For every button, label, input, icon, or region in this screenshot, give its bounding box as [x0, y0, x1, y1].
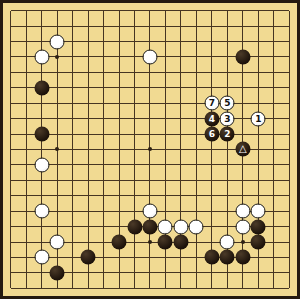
- board-cell: [18, 65, 33, 80]
- board-cell: [18, 188, 33, 203]
- board-cell: [220, 3, 235, 18]
- board-cell: [80, 34, 95, 49]
- board-cell: [220, 80, 235, 95]
- go-board: 7543162△: [3, 3, 297, 296]
- board-cell: [189, 203, 204, 218]
- board-cell: [235, 188, 250, 203]
- board-cell: [18, 96, 33, 111]
- board-cell: [80, 173, 95, 188]
- board-cell: [204, 3, 219, 18]
- board-cell: [173, 34, 188, 49]
- board-cell: 7: [204, 96, 219, 111]
- board-cell: [173, 188, 188, 203]
- board-cell: [266, 96, 281, 111]
- stone-black-move-4: 4: [204, 111, 219, 126]
- board-cell: [3, 157, 18, 172]
- board-cell: [220, 203, 235, 218]
- board-cell: [266, 80, 281, 95]
- board-cell: [96, 250, 111, 265]
- stone-black: [81, 250, 96, 265]
- stone-white: [50, 235, 65, 250]
- board-cell: [173, 111, 188, 126]
- board-cell: [173, 219, 188, 234]
- board-cell: [282, 96, 297, 111]
- board-cell: [111, 142, 126, 157]
- board-cell: [158, 111, 173, 126]
- board-cell: [3, 111, 18, 126]
- board-cell: [80, 157, 95, 172]
- board-cell: [220, 250, 235, 265]
- board-cell: [266, 142, 281, 157]
- board-cell: [158, 250, 173, 265]
- board-cell: [266, 111, 281, 126]
- board-cell: [189, 3, 204, 18]
- board-cell: [3, 281, 18, 296]
- board-cell: [266, 18, 281, 33]
- board-cell: [80, 126, 95, 141]
- board-cell: [18, 80, 33, 95]
- board-cell: [96, 3, 111, 18]
- star-point: [148, 147, 152, 151]
- board-cell: [282, 203, 297, 218]
- board-cell: [189, 188, 204, 203]
- board-cell: [65, 80, 80, 95]
- board-cell: [266, 265, 281, 280]
- board-cell: [49, 203, 64, 218]
- board-cell: [251, 34, 266, 49]
- board-cell: [158, 3, 173, 18]
- board-cell: [158, 157, 173, 172]
- board-cell: [3, 203, 18, 218]
- board-cell: [127, 219, 142, 234]
- board-cell: [235, 96, 250, 111]
- board-cell: [18, 281, 33, 296]
- board-cell: [49, 3, 64, 18]
- board-cell: 4: [204, 111, 219, 126]
- stone-white-move-5: 5: [220, 96, 235, 111]
- stone-white: [50, 34, 65, 49]
- board-cell: [189, 18, 204, 33]
- board-cell: [111, 96, 126, 111]
- board-cell: [142, 250, 157, 265]
- board-cell: [251, 49, 266, 64]
- board-cell: [111, 34, 126, 49]
- board-cell: [220, 142, 235, 157]
- board-cell: [158, 203, 173, 218]
- board-cell: [235, 219, 250, 234]
- stone-white: [235, 219, 250, 234]
- board-cell: [189, 250, 204, 265]
- board-cell: [158, 80, 173, 95]
- board-cell: [266, 3, 281, 18]
- board-cell: [127, 188, 142, 203]
- board-cell: [142, 173, 157, 188]
- board-cell: [49, 157, 64, 172]
- board-cell: [65, 157, 80, 172]
- board-cell: [189, 49, 204, 64]
- board-cell: [220, 234, 235, 249]
- stone-black: [34, 127, 49, 142]
- board-cell: [158, 219, 173, 234]
- board-cell: [34, 126, 49, 141]
- board-cell: 5: [220, 96, 235, 111]
- board-cell: [3, 173, 18, 188]
- board-cell: [235, 250, 250, 265]
- board-cell: [158, 188, 173, 203]
- board-cell: 2: [220, 126, 235, 141]
- board-cell: [173, 65, 188, 80]
- board-cell: [65, 49, 80, 64]
- board-cell: [18, 203, 33, 218]
- stone-white: [142, 204, 157, 219]
- board-cell: [266, 126, 281, 141]
- board-cell: 1: [251, 111, 266, 126]
- board-cell: [80, 281, 95, 296]
- board-cell: [173, 142, 188, 157]
- board-cell: [18, 265, 33, 280]
- board-cell: [142, 219, 157, 234]
- board-cell: [65, 111, 80, 126]
- board-cell: [96, 157, 111, 172]
- board-cell: [251, 3, 266, 18]
- board-cell: [80, 142, 95, 157]
- board-cell: [173, 250, 188, 265]
- board-cell: [127, 3, 142, 18]
- board-cell: [173, 126, 188, 141]
- board-cell: [96, 234, 111, 249]
- board-cell: [49, 18, 64, 33]
- board-cell: [80, 234, 95, 249]
- board-cell: [220, 281, 235, 296]
- board-cell: [189, 281, 204, 296]
- board-cell: [65, 219, 80, 234]
- board-cell: [251, 173, 266, 188]
- board-cell: [220, 157, 235, 172]
- board-cell: [111, 18, 126, 33]
- board-cell: [282, 126, 297, 141]
- board-cell: [96, 34, 111, 49]
- board-cell: [158, 49, 173, 64]
- board-cell: [266, 219, 281, 234]
- board-cell: [235, 234, 250, 249]
- board-cell: [142, 126, 157, 141]
- board-cell: [18, 219, 33, 234]
- board-cell: [65, 3, 80, 18]
- board-cell: [111, 111, 126, 126]
- stone-white: [34, 250, 49, 265]
- board-cell: [80, 49, 95, 64]
- stone-white: [142, 49, 157, 64]
- board-cell: [266, 188, 281, 203]
- board-cell: [235, 281, 250, 296]
- stone-white-move-7: 7: [204, 96, 219, 111]
- board-cell: [96, 96, 111, 111]
- board-cell: [127, 96, 142, 111]
- board-cell: [34, 34, 49, 49]
- stone-black: [112, 235, 127, 250]
- board-cell: [65, 203, 80, 218]
- board-cell: [127, 126, 142, 141]
- board-cell: [282, 173, 297, 188]
- board-cell: [49, 250, 64, 265]
- board-cell: [282, 219, 297, 234]
- board-cell: [282, 234, 297, 249]
- board-cell: [235, 157, 250, 172]
- board-cell: [235, 3, 250, 18]
- board-cell: [251, 126, 266, 141]
- board-cell: [142, 188, 157, 203]
- board-cell: [266, 157, 281, 172]
- board-cell: [204, 219, 219, 234]
- board-cell: [235, 65, 250, 80]
- board-cell: [18, 234, 33, 249]
- board-cell: [34, 281, 49, 296]
- board-cell: [3, 3, 18, 18]
- board-cell: [158, 34, 173, 49]
- board-cell: [111, 3, 126, 18]
- board-cell: [49, 34, 64, 49]
- board-cell: [3, 65, 18, 80]
- stone-black: [220, 250, 235, 265]
- board-cell: [235, 34, 250, 49]
- board-cell: [80, 188, 95, 203]
- board-cell: [282, 111, 297, 126]
- stone-white: [158, 219, 173, 234]
- board-cell: [96, 126, 111, 141]
- board-cell: [111, 250, 126, 265]
- board-cell: [282, 250, 297, 265]
- board-cell: [142, 203, 157, 218]
- board-cell: [127, 265, 142, 280]
- board-cell: [127, 173, 142, 188]
- board-cell: [49, 234, 64, 249]
- board-cell: [158, 18, 173, 33]
- board-cell: [142, 3, 157, 18]
- board-cell: [49, 219, 64, 234]
- board-cell: [127, 49, 142, 64]
- board-cell: [65, 173, 80, 188]
- board-cell: [282, 188, 297, 203]
- board-cell: [18, 250, 33, 265]
- board-cell: [266, 65, 281, 80]
- board-cell: [34, 65, 49, 80]
- board-cell: [204, 281, 219, 296]
- board-cell: [204, 34, 219, 49]
- board-cell: 6: [204, 126, 219, 141]
- board-cell: [189, 142, 204, 157]
- board-cell: [111, 80, 126, 95]
- board-cell: [34, 203, 49, 218]
- board-cell: [189, 96, 204, 111]
- stone-white-move-1: 1: [251, 111, 266, 126]
- board-cell: [34, 3, 49, 18]
- board-cell: [49, 111, 64, 126]
- stone-black: [50, 265, 65, 280]
- board-cell: [204, 250, 219, 265]
- board-cell: [34, 18, 49, 33]
- board-cell: [111, 219, 126, 234]
- board-cell: [282, 142, 297, 157]
- board-cell: [3, 265, 18, 280]
- board-cell: [173, 234, 188, 249]
- board-cell: [189, 173, 204, 188]
- board-cell: [173, 3, 188, 18]
- board-cell: [173, 173, 188, 188]
- board-cell: [173, 96, 188, 111]
- board-cell: [158, 126, 173, 141]
- board-cell: [80, 219, 95, 234]
- board-cell: [204, 80, 219, 95]
- board-cell: [34, 173, 49, 188]
- board-cell: [142, 65, 157, 80]
- board-cell: [127, 111, 142, 126]
- stone-white: [173, 219, 188, 234]
- board-cell: [3, 250, 18, 265]
- board-cell: [65, 34, 80, 49]
- board-cell: [266, 250, 281, 265]
- board-cell: [282, 157, 297, 172]
- board-cell: [111, 173, 126, 188]
- star-point: [241, 240, 245, 244]
- board-cell: [34, 142, 49, 157]
- board-cell: [49, 96, 64, 111]
- board-cell: [3, 142, 18, 157]
- board-cell: [34, 157, 49, 172]
- board-cell: [251, 96, 266, 111]
- board-cell: [204, 49, 219, 64]
- board-cell: [80, 250, 95, 265]
- board-cell: [142, 234, 157, 249]
- board-cell: [96, 80, 111, 95]
- board-cell: [65, 265, 80, 280]
- board-cell: [142, 34, 157, 49]
- stone-white-move-3: 3: [220, 111, 235, 126]
- stone-black: [127, 219, 142, 234]
- board-cell: [127, 142, 142, 157]
- stone-black: [34, 80, 49, 95]
- board-cell: [49, 281, 64, 296]
- board-cell: [142, 49, 157, 64]
- board-cell: [96, 265, 111, 280]
- board-cell: [34, 111, 49, 126]
- board-cell: [220, 65, 235, 80]
- board-cell: [49, 65, 64, 80]
- board-cell: [220, 188, 235, 203]
- board-cell: [235, 18, 250, 33]
- board-cell: [80, 203, 95, 218]
- board-cell: [127, 65, 142, 80]
- board-cell: [80, 65, 95, 80]
- board-cell: [251, 142, 266, 157]
- stone-white: [220, 235, 235, 250]
- stone-white: [34, 157, 49, 172]
- board-cell: [49, 126, 64, 141]
- board-cell: [235, 111, 250, 126]
- stone-black-marked: △: [235, 142, 250, 157]
- board-cell: [127, 157, 142, 172]
- board-cell: △: [235, 142, 250, 157]
- board-cell: [80, 80, 95, 95]
- board-cell: [266, 173, 281, 188]
- board-cell: [158, 281, 173, 296]
- board-cell: [18, 111, 33, 126]
- board-cell: [220, 18, 235, 33]
- board-cell: [235, 203, 250, 218]
- board-cell: [65, 65, 80, 80]
- go-board-frame: 7543162△: [0, 0, 300, 299]
- board-cell: [158, 65, 173, 80]
- board-cell: [96, 281, 111, 296]
- board-cell: [65, 96, 80, 111]
- board-cell: [96, 188, 111, 203]
- board-cell: [49, 188, 64, 203]
- board-cell: [65, 18, 80, 33]
- board-cell: [158, 234, 173, 249]
- board-cell: [34, 265, 49, 280]
- board-cell: [65, 126, 80, 141]
- board-cell: [235, 173, 250, 188]
- board-cell: [18, 142, 33, 157]
- board-cell: 3: [220, 111, 235, 126]
- board-cell: [18, 173, 33, 188]
- board-cell: [282, 80, 297, 95]
- board-cell: [34, 250, 49, 265]
- board-cell: [220, 265, 235, 280]
- board-cell: [3, 219, 18, 234]
- board-cell: [204, 142, 219, 157]
- board-cell: [204, 234, 219, 249]
- board-cell: [96, 18, 111, 33]
- board-cell: [173, 80, 188, 95]
- board-cell: [173, 157, 188, 172]
- board-cell: [111, 234, 126, 249]
- board-cell: [34, 96, 49, 111]
- stone-white: [235, 204, 250, 219]
- board-cell: [111, 65, 126, 80]
- board-cell: [173, 203, 188, 218]
- board-cell: [189, 111, 204, 126]
- stone-black: [251, 235, 266, 250]
- board-cell: [3, 80, 18, 95]
- stone-black: [158, 235, 173, 250]
- board-cell: [18, 3, 33, 18]
- board-cell: [96, 142, 111, 157]
- board-cell: [142, 142, 157, 157]
- board-cell: [3, 49, 18, 64]
- board-cell: [34, 219, 49, 234]
- board-cell: [127, 34, 142, 49]
- board-cell: [127, 250, 142, 265]
- board-cell: [142, 157, 157, 172]
- board-cell: [65, 281, 80, 296]
- board-cell: [111, 157, 126, 172]
- board-cell: [282, 265, 297, 280]
- board-cell: [189, 157, 204, 172]
- board-cell: [251, 65, 266, 80]
- board-cell: [282, 49, 297, 64]
- board-cell: [251, 281, 266, 296]
- board-cell: [96, 65, 111, 80]
- board-cell: [189, 265, 204, 280]
- board-cell: [65, 234, 80, 249]
- board-cell: [173, 265, 188, 280]
- star-point: [148, 240, 152, 244]
- board-cell: [220, 173, 235, 188]
- board-cell: [3, 18, 18, 33]
- board-cell: [111, 126, 126, 141]
- board-cell: [111, 203, 126, 218]
- board-cell: [282, 3, 297, 18]
